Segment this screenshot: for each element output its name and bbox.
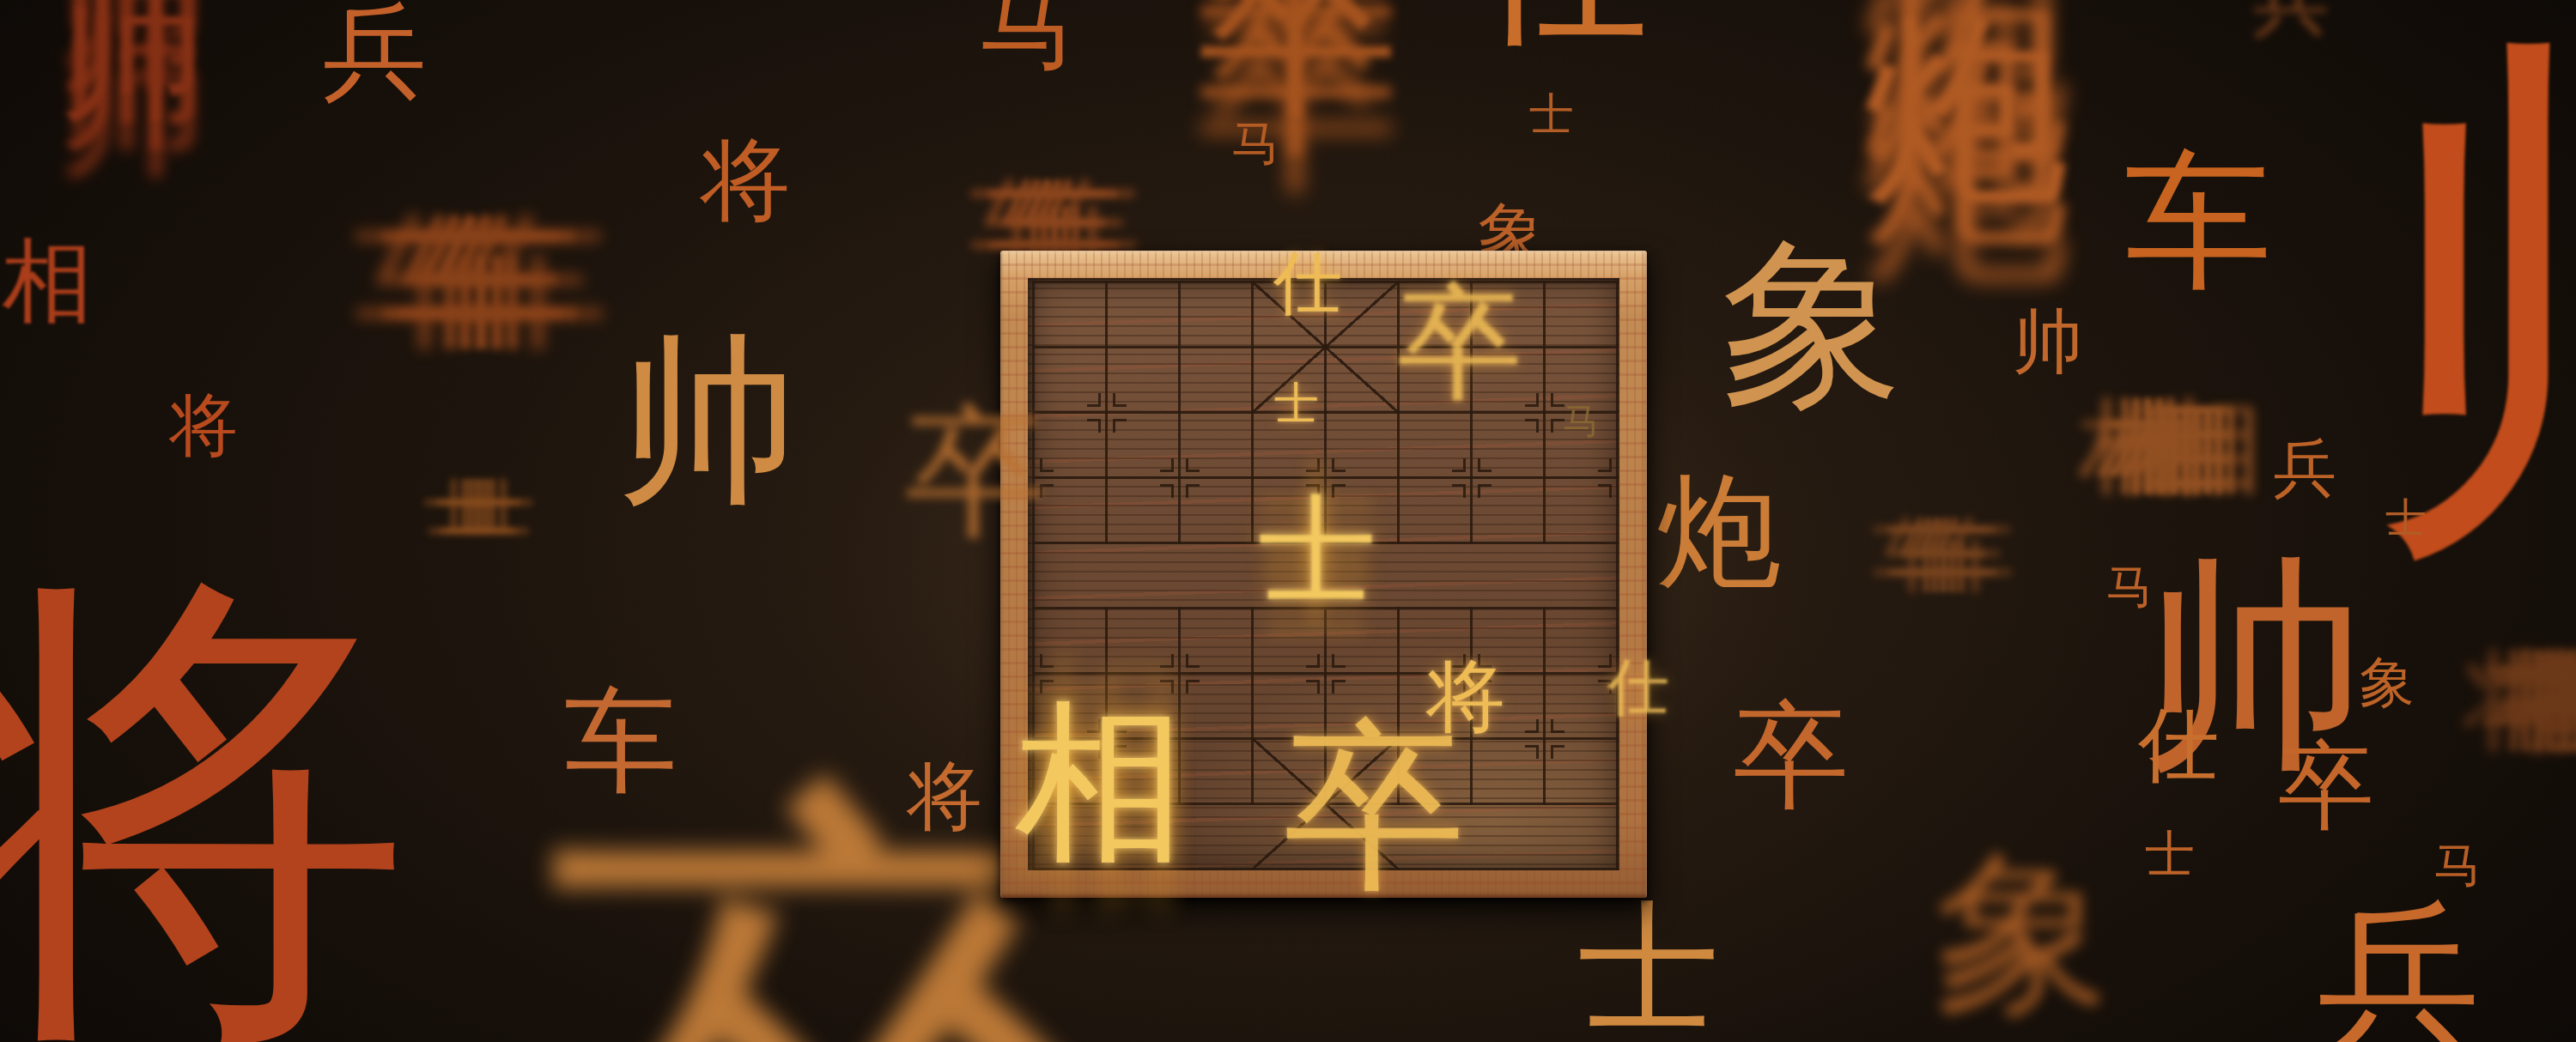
xiangqi-wallpaper-scene: 帅兵相将将帅车士车将将卒卒马卒车仕士马象炮车象帅帅炮相车马帅兵士象仕卒马士兵士象… xyxy=(0,0,2576,1042)
marker-corner-tl xyxy=(1160,458,1174,472)
grid-file-9 xyxy=(1616,281,1619,870)
board-glyph-士: 士 xyxy=(1274,381,1319,426)
marker-corner-bl xyxy=(1160,484,1174,498)
grid-file-8-bottom xyxy=(1543,607,1546,805)
marker-corner-tr xyxy=(1186,654,1200,668)
floating-char-车: 车 xyxy=(410,213,552,354)
marker-corner-tr xyxy=(1113,393,1127,407)
floating-char-兵: 兵 xyxy=(2273,436,2336,500)
floating-char-车: 车 xyxy=(2124,148,2272,295)
marker-corner-tl xyxy=(1452,458,1466,472)
floating-char-炮: 炮 xyxy=(1863,7,2069,213)
marker-corner-bl xyxy=(1598,484,1612,498)
point-marker-f8r8 xyxy=(1525,719,1564,759)
marker-corner-br xyxy=(1186,680,1200,694)
floating-char-士: 士 xyxy=(1529,92,1574,136)
floating-char-士: 士 xyxy=(2145,829,2195,879)
marker-corner-br xyxy=(1478,484,1492,498)
marker-corner-tr xyxy=(1040,654,1054,668)
grid-file-3-top xyxy=(1178,281,1181,544)
point-marker-f9r4 xyxy=(1598,458,1637,498)
marker-corner-bl xyxy=(1452,484,1466,498)
marker-corner-tl xyxy=(1160,654,1174,668)
marker-corner-br xyxy=(1113,419,1127,433)
floating-char-相: 相 xyxy=(2118,396,2221,499)
marker-corner-bl xyxy=(1525,745,1539,759)
marker-corner-br xyxy=(1332,680,1346,694)
marker-corner-bl xyxy=(1525,419,1539,433)
floating-char-象: 象 xyxy=(1721,233,1903,415)
floating-char-将: 将 xyxy=(0,565,415,1042)
board-glyph-卒: 卒 xyxy=(1398,280,1522,404)
board-glyph-仕: 仕 xyxy=(1273,249,1342,318)
floating-char-兵: 兵 xyxy=(2252,0,2330,39)
marker-corner-br xyxy=(1186,484,1200,498)
floating-char-炮: 炮 xyxy=(1657,469,1782,593)
marker-corner-bl xyxy=(1087,419,1101,433)
point-marker-f3r4 xyxy=(1160,458,1200,498)
floating-char-仕: 仕 xyxy=(2138,705,2219,785)
board-glyph-相: 相 xyxy=(1014,697,1186,869)
marker-corner-br xyxy=(1551,745,1564,759)
marker-corner-tl xyxy=(1306,654,1320,668)
marker-corner-tl xyxy=(1598,458,1612,472)
floating-char-帅: 帅 xyxy=(2013,306,2083,377)
floating-char-将: 将 xyxy=(701,136,791,226)
board-glyph-卒: 卒 xyxy=(1284,716,1466,898)
marker-corner-tl xyxy=(1306,458,1320,472)
point-marker-f5r7 xyxy=(1306,654,1346,694)
marker-corner-tr xyxy=(1332,458,1346,472)
marker-corner-tr xyxy=(1551,719,1564,733)
floating-char-兵: 兵 xyxy=(2316,896,2481,1042)
floating-char-士: 士 xyxy=(2385,497,2427,538)
floating-char-帅: 帅 xyxy=(2366,26,2576,575)
floating-char-仕: 仕 xyxy=(1477,0,1653,50)
point-marker-f2r3 xyxy=(1087,393,1127,433)
floating-char-相: 相 xyxy=(2,236,93,327)
marker-corner-tr xyxy=(1478,458,1492,472)
board-glyph-士: 士 xyxy=(1258,492,1376,610)
marker-corner-tl xyxy=(1525,719,1539,733)
point-marker-f7r4 xyxy=(1452,458,1492,498)
point-marker-f8r3 xyxy=(1525,393,1564,433)
marker-corner-tr xyxy=(1332,654,1346,668)
floating-char-将: 将 xyxy=(169,391,238,460)
floating-char-马: 马 xyxy=(979,0,1075,74)
floating-char-车: 车 xyxy=(1904,517,1983,596)
floating-char-将: 将 xyxy=(2507,644,2576,755)
floating-char-卒: 卒 xyxy=(905,402,1047,543)
floating-char-兵: 兵 xyxy=(322,0,427,104)
floating-char-卒: 卒 xyxy=(1198,0,1400,123)
board-glyph-仕: 仕 xyxy=(1607,656,1669,718)
floating-char-卒: 卒 xyxy=(2278,737,2374,833)
marker-corner-tl xyxy=(1525,393,1539,407)
floating-char-卒: 卒 xyxy=(1734,698,1850,814)
marker-corner-tr xyxy=(1186,458,1200,472)
floating-char-士: 士 xyxy=(1578,898,1720,1039)
floating-char-马: 马 xyxy=(1231,119,1279,167)
floating-char-帅: 帅 xyxy=(59,0,205,126)
marker-corner-tl xyxy=(1087,393,1101,407)
floating-char-帅: 帅 xyxy=(617,330,799,512)
floating-char-象: 象 xyxy=(1935,846,2111,1022)
marker-corner-bl xyxy=(1306,680,1320,694)
board-glyph-马: 马 xyxy=(1563,403,1599,439)
floating-char-士: 士 xyxy=(448,477,510,539)
floating-char-象: 象 xyxy=(2360,655,2415,710)
